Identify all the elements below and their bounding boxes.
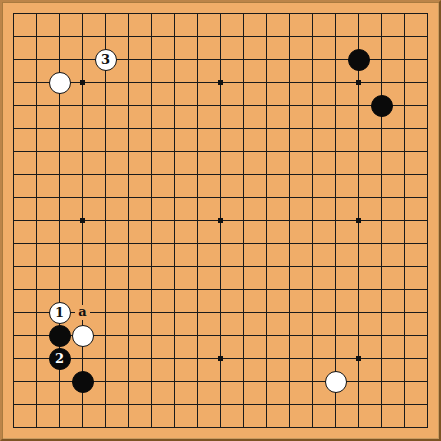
point-label-a: a: [75, 305, 90, 320]
stone-white-d5: [72, 325, 94, 347]
stone-black-c4: 2: [49, 348, 71, 370]
stone-black-c5: [49, 325, 71, 347]
stone-black-d3: [72, 371, 94, 393]
stone-white-c16: [49, 72, 71, 94]
stone-white-p3: [325, 371, 347, 393]
stone-white-c6: 1: [49, 302, 71, 324]
go-board: 312a: [0, 0, 441, 441]
stone-white-e17: 3: [95, 49, 117, 71]
stone-black-q17: [348, 49, 370, 71]
stone-black-r15: [371, 95, 393, 117]
board-grid: 312a: [2, 2, 439, 439]
